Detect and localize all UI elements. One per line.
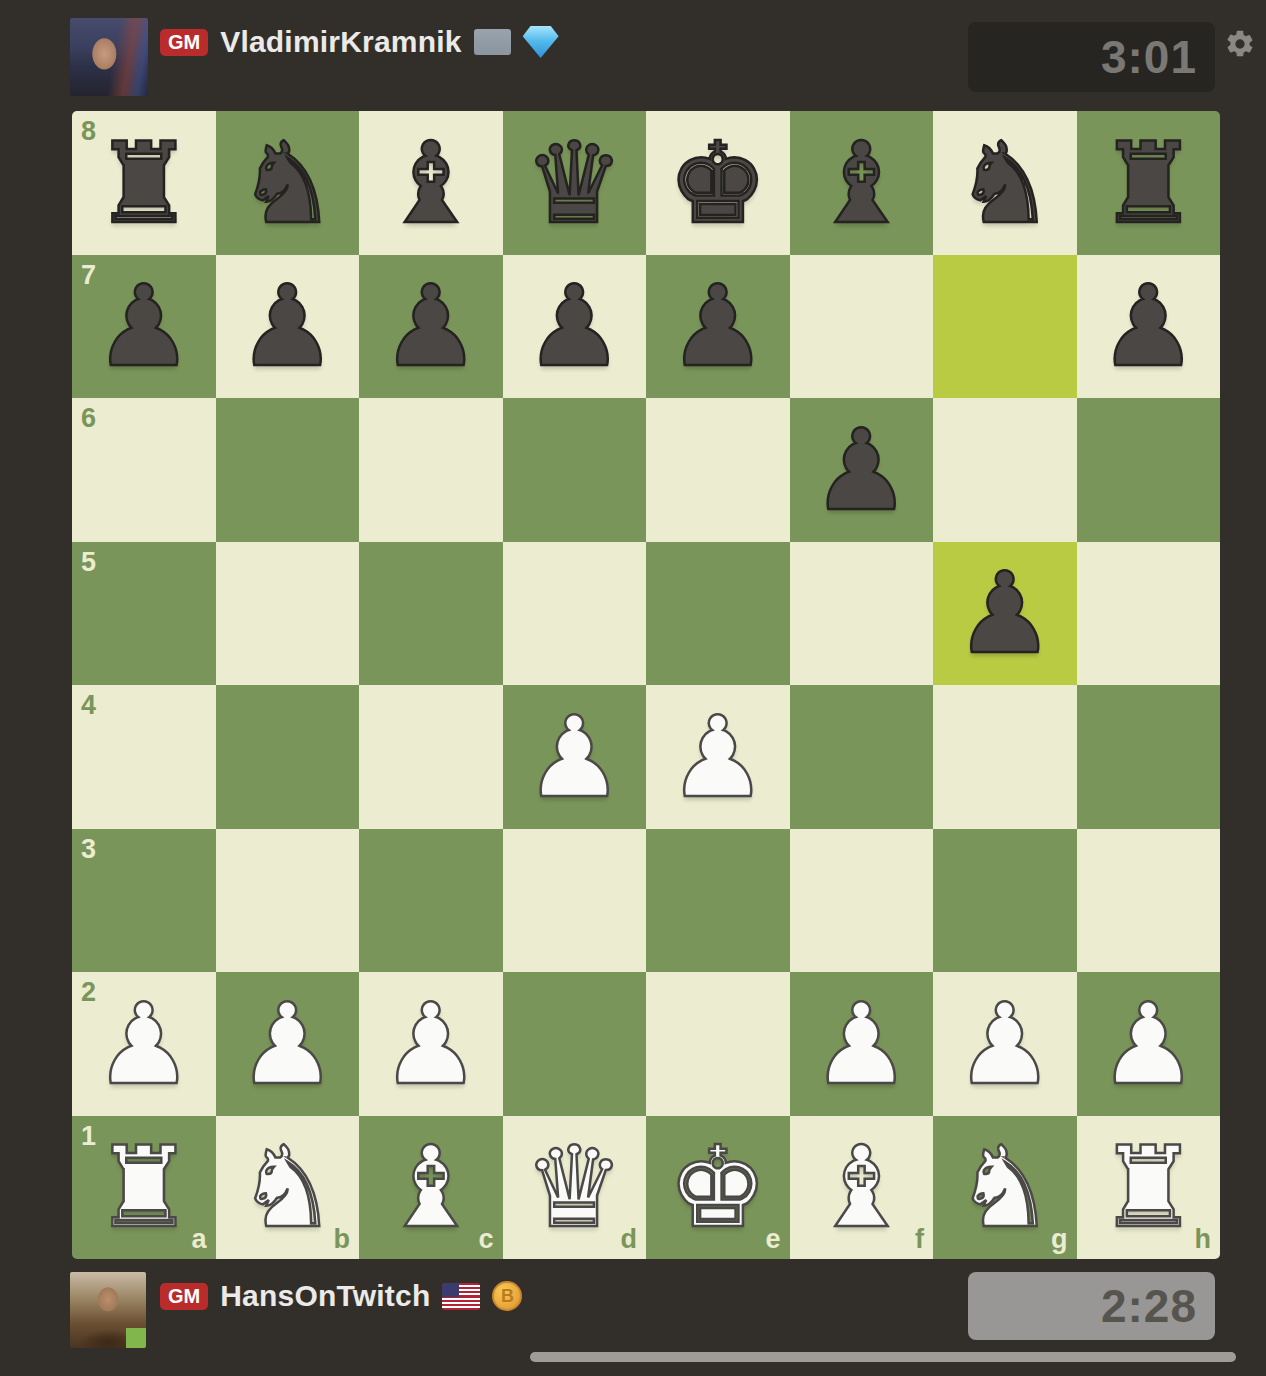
square-f4[interactable]	[790, 685, 934, 829]
piece-white-pawn-d4[interactable]: ♟	[524, 701, 624, 813]
square-e8[interactable]: ♚	[646, 111, 790, 255]
square-b6[interactable]	[216, 398, 360, 542]
online-status-indicator	[126, 1328, 146, 1348]
horizontal-scrollbar[interactable]	[530, 1352, 1236, 1362]
piece-white-rook-h1[interactable]: ♜	[1098, 1131, 1198, 1243]
square-e2[interactable]	[646, 972, 790, 1116]
square-h2[interactable]: ♟	[1077, 972, 1221, 1116]
top-player-info: GM VladimirKramnik	[160, 20, 559, 64]
top-player-name[interactable]: VladimirKramnik	[220, 25, 461, 59]
file-label-g: g	[1051, 1226, 1068, 1253]
neutral-flag-icon	[474, 29, 511, 55]
square-f1[interactable]: f♝	[790, 1116, 934, 1260]
square-f5[interactable]	[790, 542, 934, 686]
bottom-player-clock: 2:28	[968, 1272, 1215, 1340]
piece-black-knight-g8[interactable]: ♞	[955, 127, 1055, 239]
diamond-membership-icon	[523, 26, 559, 58]
piece-black-pawn-f6[interactable]: ♟	[811, 414, 911, 526]
square-h8[interactable]: ♜	[1077, 111, 1221, 255]
square-g2[interactable]: ♟	[933, 972, 1077, 1116]
rank-label-5: 5	[81, 549, 96, 576]
piece-black-pawn-b7[interactable]: ♟	[237, 270, 337, 382]
square-g4[interactable]	[933, 685, 1077, 829]
file-label-a: a	[191, 1226, 206, 1253]
square-a4[interactable]: 4	[72, 685, 216, 829]
piece-black-pawn-e7[interactable]: ♟	[668, 270, 768, 382]
square-g8[interactable]: ♞	[933, 111, 1077, 255]
square-b4[interactable]	[216, 685, 360, 829]
piece-white-knight-b1[interactable]: ♞	[237, 1131, 337, 1243]
square-a8[interactable]: 8♜	[72, 111, 216, 255]
avatar-bottom-player[interactable]	[70, 1272, 146, 1348]
square-b3[interactable]	[216, 829, 360, 973]
piece-white-pawn-c2[interactable]: ♟	[381, 988, 481, 1100]
square-h7[interactable]: ♟	[1077, 255, 1221, 399]
square-e3[interactable]	[646, 829, 790, 973]
piece-white-pawn-e4[interactable]: ♟	[668, 701, 768, 813]
piece-white-bishop-f1[interactable]: ♝	[811, 1131, 911, 1243]
rank-label-6: 6	[81, 405, 96, 432]
square-g5[interactable]: ♟	[933, 542, 1077, 686]
square-b7[interactable]: ♟	[216, 255, 360, 399]
piece-white-pawn-g2[interactable]: ♟	[955, 988, 1055, 1100]
piece-black-pawn-c7[interactable]: ♟	[381, 270, 481, 382]
piece-white-king-e1[interactable]: ♚	[668, 1131, 768, 1243]
square-h3[interactable]	[1077, 829, 1221, 973]
chess-board[interactable]: 8♜♞♝♛♚♝♞♜7♟♟♟♟♟♟6♟5♟4♟♟32♟♟♟♟♟♟1a♜b♞c♝d♛…	[72, 111, 1220, 1259]
square-c7[interactable]: ♟	[359, 255, 503, 399]
us-flag-icon	[442, 1283, 480, 1310]
file-label-d: d	[621, 1226, 638, 1253]
bottom-player-name[interactable]: HansOnTwitch	[220, 1279, 430, 1313]
square-g7[interactable]	[933, 255, 1077, 399]
square-d3[interactable]	[503, 829, 647, 973]
file-label-e: e	[765, 1226, 780, 1253]
square-b5[interactable]	[216, 542, 360, 686]
square-e5[interactable]	[646, 542, 790, 686]
piece-white-pawn-a2[interactable]: ♟	[94, 988, 194, 1100]
square-a2[interactable]: 2♟	[72, 972, 216, 1116]
piece-white-bishop-c1[interactable]: ♝	[381, 1131, 481, 1243]
piece-black-bishop-f8[interactable]: ♝	[811, 127, 911, 239]
piece-black-pawn-a7[interactable]: ♟	[94, 270, 194, 382]
piece-white-pawn-b2[interactable]: ♟	[237, 988, 337, 1100]
square-d7[interactable]: ♟	[503, 255, 647, 399]
square-d4[interactable]: ♟	[503, 685, 647, 829]
rank-label-7: 7	[81, 262, 96, 289]
piece-white-queen-d1[interactable]: ♛	[524, 1131, 624, 1243]
square-g1[interactable]: g♞	[933, 1116, 1077, 1260]
square-d2[interactable]	[503, 972, 647, 1116]
piece-white-pawn-f2[interactable]: ♟	[811, 988, 911, 1100]
square-e6[interactable]	[646, 398, 790, 542]
gm-title-badge: GM	[160, 1283, 208, 1310]
rank-label-4: 4	[81, 692, 96, 719]
piece-white-rook-a1[interactable]: ♜	[94, 1131, 194, 1243]
square-b2[interactable]: ♟	[216, 972, 360, 1116]
settings-gear-icon[interactable]	[1224, 28, 1256, 60]
square-h1[interactable]: h♜	[1077, 1116, 1221, 1260]
square-h6[interactable]	[1077, 398, 1221, 542]
piece-black-pawn-d7[interactable]: ♟	[524, 270, 624, 382]
piece-black-bishop-c8[interactable]: ♝	[381, 127, 481, 239]
bottom-player-info: GM HansOnTwitch B	[160, 1274, 522, 1318]
square-a3[interactable]: 3	[72, 829, 216, 973]
square-a7[interactable]: 7♟	[72, 255, 216, 399]
game-screen: GM VladimirKramnik 3:01 8♜♞♝♛♚♝♞♜7♟♟♟♟♟♟…	[0, 0, 1266, 1376]
avatar-top-player[interactable]	[70, 18, 148, 96]
square-f7[interactable]	[790, 255, 934, 399]
piece-white-pawn-h2[interactable]: ♟	[1098, 988, 1198, 1100]
file-label-f: f	[915, 1226, 924, 1253]
square-f6[interactable]: ♟	[790, 398, 934, 542]
square-d8[interactable]: ♛	[503, 111, 647, 255]
piece-black-queen-d8[interactable]: ♛	[524, 127, 624, 239]
piece-white-knight-g1[interactable]: ♞	[955, 1131, 1055, 1243]
square-g3[interactable]	[933, 829, 1077, 973]
gm-title-badge: GM	[160, 29, 208, 56]
square-h4[interactable]	[1077, 685, 1221, 829]
square-h5[interactable]	[1077, 542, 1221, 686]
file-label-c: c	[478, 1226, 493, 1253]
square-c3[interactable]	[359, 829, 503, 973]
piece-black-king-e8[interactable]: ♚	[668, 127, 768, 239]
square-e4[interactable]: ♟	[646, 685, 790, 829]
piece-black-pawn-h7[interactable]: ♟	[1098, 270, 1198, 382]
square-g6[interactable]	[933, 398, 1077, 542]
piece-black-pawn-g5[interactable]: ♟	[955, 557, 1055, 669]
square-d5[interactable]	[503, 542, 647, 686]
coin-badge-icon: B	[492, 1281, 522, 1311]
square-e1[interactable]: e♚	[646, 1116, 790, 1260]
rank-label-1: 1	[81, 1123, 96, 1150]
square-c5[interactable]	[359, 542, 503, 686]
square-a1[interactable]: 1a♜	[72, 1116, 216, 1260]
square-f8[interactable]: ♝	[790, 111, 934, 255]
square-c4[interactable]	[359, 685, 503, 829]
square-b8[interactable]: ♞	[216, 111, 360, 255]
square-a6[interactable]: 6	[72, 398, 216, 542]
square-c8[interactable]: ♝	[359, 111, 503, 255]
square-c1[interactable]: c♝	[359, 1116, 503, 1260]
piece-black-rook-a8[interactable]: ♜	[94, 127, 194, 239]
square-f2[interactable]: ♟	[790, 972, 934, 1116]
square-e7[interactable]: ♟	[646, 255, 790, 399]
rank-label-3: 3	[81, 836, 96, 863]
square-a5[interactable]: 5	[72, 542, 216, 686]
square-b1[interactable]: b♞	[216, 1116, 360, 1260]
square-c6[interactable]	[359, 398, 503, 542]
square-f3[interactable]	[790, 829, 934, 973]
square-c2[interactable]: ♟	[359, 972, 503, 1116]
piece-black-rook-h8[interactable]: ♜	[1098, 127, 1198, 239]
rank-label-8: 8	[81, 118, 96, 145]
piece-black-knight-b8[interactable]: ♞	[237, 127, 337, 239]
square-d1[interactable]: d♛	[503, 1116, 647, 1260]
file-label-h: h	[1195, 1226, 1212, 1253]
rank-label-2: 2	[81, 979, 96, 1006]
top-player-clock: 3:01	[968, 22, 1215, 92]
square-d6[interactable]	[503, 398, 647, 542]
file-label-b: b	[334, 1226, 351, 1253]
